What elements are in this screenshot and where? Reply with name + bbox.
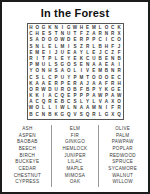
word-list-item: OLIVE [99, 126, 146, 133]
word-list-item: HEMLOCK [52, 146, 99, 153]
word-list-item: SPRUCE [99, 159, 146, 166]
word-list-item: ELM [52, 126, 99, 133]
word-search-grid-frame: HOGKNIGWHEMLOCKCHESTNUTFZARNRXSADOOWDERP… [27, 23, 124, 120]
word-list-item: WALNUT [99, 173, 146, 180]
word-list-item: SYCAMORE [99, 166, 146, 173]
word-list-item: BAOBAB [4, 139, 51, 146]
word-list-item: BEECH [4, 146, 51, 153]
word-list-item: MIMOSA [52, 173, 99, 180]
word-list-item: PALM [99, 133, 146, 140]
word-list-item: BIRCH [4, 153, 51, 160]
word-list-item: GINKGO [52, 139, 99, 146]
puzzle-page: In the Forest HOGKNIGWHEMLOCKCHESTNUTFZA… [0, 0, 150, 194]
word-list: ASHASPENBAOBABBEECHBIRCHBUCKEYECEDARCHES… [2, 125, 148, 187]
word-list-item: ASPEN [4, 133, 51, 140]
word-list-item: OAK [52, 179, 99, 186]
word-list-item: LILAC [52, 159, 99, 166]
word-list-item: FIR [52, 133, 99, 140]
word-list-item: POPLAR [99, 146, 146, 153]
word-list-item: CHESTNUT [4, 173, 51, 180]
word-list-item: REDWOOD [99, 153, 146, 160]
word-list-column: OLIVEPALMPAWPAWPOPLARREDWOODSPRUCESYCAMO… [98, 125, 146, 187]
word-list-item: JUNIPER [52, 153, 99, 160]
word-list-column: ELMFIRGINKGOHEMLOCKJUNIPERLILACMAPLEMIMO… [51, 125, 99, 187]
word-list-item: PAWPAW [99, 139, 146, 146]
word-list-item: WILLOW [99, 179, 146, 186]
puzzle-title: In the Forest [2, 7, 148, 19]
word-list-item: CEDAR [4, 166, 51, 173]
word-list-column: ASHASPENBAOBABBEECHBIRCHBUCKEYECEDARCHES… [4, 125, 51, 187]
word-search-grid[interactable]: HOGKNIGWHEMLOCKCHESTNUTFZARNRXSADOOWDERP… [28, 25, 123, 118]
grid-cell[interactable]: Q [116, 112, 122, 118]
word-list-item: BUCKEYE [4, 159, 51, 166]
word-list-item: CYPRESS [4, 179, 51, 186]
word-list-item: MAPLE [52, 166, 99, 173]
word-list-item: ASH [4, 126, 51, 133]
